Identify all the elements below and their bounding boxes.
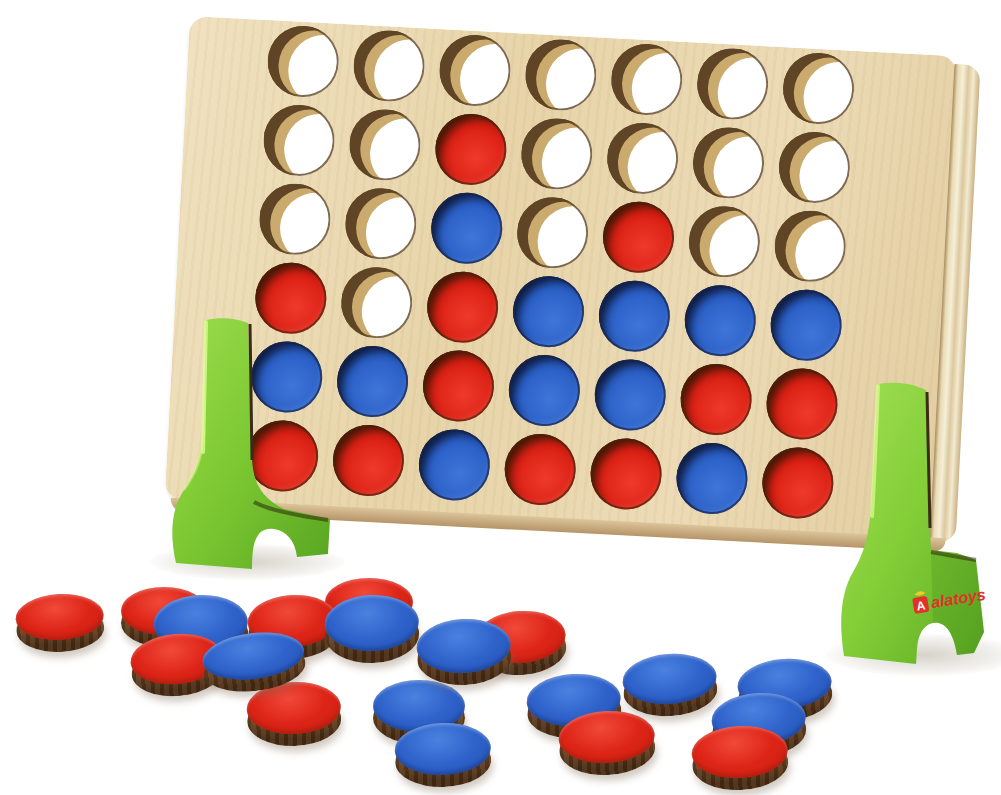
loose-disc-blue-5 [200, 627, 308, 697]
loose-disc-blue-12 [415, 617, 512, 688]
loose-discs [0, 0, 1001, 795]
loose-disc-blue-11 [394, 721, 492, 788]
loose-disc-red-19 [690, 724, 789, 793]
scene: A alatoys [0, 0, 1001, 795]
loose-disc-red-15 [557, 709, 656, 778]
loose-disc-red-9 [246, 680, 342, 747]
loose-disc-red-1 [15, 592, 106, 655]
loose-disc-blue-8 [324, 593, 420, 664]
